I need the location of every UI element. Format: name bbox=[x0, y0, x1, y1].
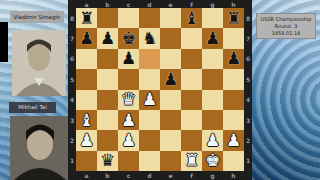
piece-black-pawn: ♟ bbox=[100, 30, 115, 47]
square-c7[interactable]: ♚ bbox=[118, 28, 139, 48]
square-d3[interactable] bbox=[139, 110, 160, 130]
piece-black-knight: ♞ bbox=[142, 30, 157, 47]
square-a6[interactable] bbox=[76, 49, 97, 69]
rank-label-1-left: 1 bbox=[68, 151, 76, 171]
square-g6[interactable] bbox=[202, 49, 223, 69]
square-h2[interactable]: ♟ bbox=[223, 130, 244, 150]
square-f2[interactable] bbox=[181, 130, 202, 150]
piece-white-pawn: ♟ bbox=[205, 132, 220, 149]
event-name: USSR Championship bbox=[257, 16, 315, 23]
square-c4[interactable]: ♛ bbox=[118, 90, 139, 110]
rank-label-8-left: 8 bbox=[68, 8, 76, 28]
player-name-black: Vladimir Simagin bbox=[10, 11, 64, 23]
square-g3[interactable] bbox=[202, 110, 223, 130]
piece-black-rook: ♜ bbox=[79, 10, 94, 27]
square-d6[interactable] bbox=[139, 49, 160, 69]
square-f1[interactable]: ♜ bbox=[181, 151, 202, 171]
square-c2[interactable]: ♟ bbox=[118, 130, 139, 150]
piece-black-bishop: ♝ bbox=[184, 10, 199, 27]
event-panel: USSR Championship Round: 3 1958.01.14 bbox=[252, 0, 320, 180]
square-g2[interactable]: ♟ bbox=[202, 130, 223, 150]
square-b4[interactable] bbox=[97, 90, 118, 110]
piece-white-king: ♚ bbox=[205, 152, 220, 169]
square-e2[interactable] bbox=[160, 130, 181, 150]
square-a7[interactable]: ♟ bbox=[76, 28, 97, 48]
file-label-h-bottom: h bbox=[223, 171, 244, 180]
piece-white-pawn: ♟ bbox=[79, 132, 94, 149]
square-e1[interactable] bbox=[160, 151, 181, 171]
square-e5[interactable]: ♟ bbox=[160, 69, 181, 89]
chess-board-frame: abcdefgh8♜♝♜87♟♟♚♞♟76♟♟65♟54♛♟43♝♟32♟♟♟♟… bbox=[68, 0, 252, 180]
square-b3[interactable] bbox=[97, 110, 118, 130]
rank-label-1-right: 1 bbox=[244, 151, 252, 171]
square-d4[interactable]: ♟ bbox=[139, 90, 160, 110]
square-b1[interactable]: ♛ bbox=[97, 151, 118, 171]
square-e4[interactable] bbox=[160, 90, 181, 110]
square-b6[interactable] bbox=[97, 49, 118, 69]
square-h8[interactable]: ♜ bbox=[223, 8, 244, 28]
file-label-b-top: b bbox=[97, 0, 118, 8]
rank-label-7-right: 7 bbox=[244, 28, 252, 48]
square-e8[interactable] bbox=[160, 8, 181, 28]
file-label-b-bottom: b bbox=[97, 171, 118, 180]
file-label-f-top: f bbox=[181, 0, 202, 8]
piece-black-pawn: ♟ bbox=[79, 30, 94, 47]
file-label-a-bottom: a bbox=[76, 171, 97, 180]
file-label-d-top: d bbox=[139, 0, 160, 8]
square-f4[interactable] bbox=[181, 90, 202, 110]
square-a5[interactable] bbox=[76, 69, 97, 89]
square-g7[interactable]: ♟ bbox=[202, 28, 223, 48]
square-f6[interactable] bbox=[181, 49, 202, 69]
file-label-e-top: e bbox=[160, 0, 181, 8]
square-d7[interactable]: ♞ bbox=[139, 28, 160, 48]
square-b8[interactable] bbox=[97, 8, 118, 28]
square-f3[interactable] bbox=[181, 110, 202, 130]
file-label-g-top: g bbox=[202, 0, 223, 8]
piece-black-rook: ♜ bbox=[226, 10, 241, 27]
square-h3[interactable] bbox=[223, 110, 244, 130]
square-g4[interactable] bbox=[202, 90, 223, 110]
square-b5[interactable] bbox=[97, 69, 118, 89]
rank-label-5-left: 5 bbox=[68, 69, 76, 89]
square-a2[interactable]: ♟ bbox=[76, 130, 97, 150]
square-g5[interactable] bbox=[202, 69, 223, 89]
rank-label-4-right: 4 bbox=[244, 90, 252, 110]
rank-label-5-right: 5 bbox=[244, 69, 252, 89]
square-g8[interactable] bbox=[202, 8, 223, 28]
square-d2[interactable] bbox=[139, 130, 160, 150]
board-corner bbox=[244, 171, 252, 180]
piece-white-pawn: ♟ bbox=[121, 112, 136, 129]
file-label-c-top: c bbox=[118, 0, 139, 8]
file-label-h-top: h bbox=[223, 0, 244, 8]
rank-label-3-right: 3 bbox=[244, 110, 252, 130]
square-a1[interactable] bbox=[76, 151, 97, 171]
square-h1[interactable] bbox=[223, 151, 244, 171]
square-c8[interactable] bbox=[118, 8, 139, 28]
piece-white-pawn: ♟ bbox=[142, 91, 157, 108]
square-g1[interactable]: ♚ bbox=[202, 151, 223, 171]
square-d5[interactable] bbox=[139, 69, 160, 89]
square-h7[interactable] bbox=[223, 28, 244, 48]
square-h6[interactable]: ♟ bbox=[223, 49, 244, 69]
board-corner bbox=[68, 171, 76, 180]
square-f7[interactable] bbox=[181, 28, 202, 48]
portrait-silhouette bbox=[10, 116, 68, 180]
square-c1[interactable] bbox=[118, 151, 139, 171]
square-b7[interactable]: ♟ bbox=[97, 28, 118, 48]
file-label-g-bottom: g bbox=[202, 171, 223, 180]
piece-black-pawn: ♟ bbox=[121, 50, 136, 67]
rank-label-6-left: 6 bbox=[68, 49, 76, 69]
file-label-d-bottom: d bbox=[139, 171, 160, 180]
square-c6[interactable]: ♟ bbox=[118, 49, 139, 69]
piece-white-pawn: ♟ bbox=[226, 132, 241, 149]
square-e6[interactable] bbox=[160, 49, 181, 69]
portrait-silhouette bbox=[12, 30, 66, 96]
square-d8[interactable] bbox=[139, 8, 160, 28]
chess-board: abcdefgh8♜♝♜87♟♟♚♞♟76♟♟65♟54♛♟43♝♟32♟♟♟♟… bbox=[68, 0, 252, 180]
piece-black-pawn: ♟ bbox=[205, 30, 220, 47]
event-date: 1958.01.14 bbox=[257, 30, 315, 37]
file-label-f-bottom: f bbox=[181, 171, 202, 180]
square-d1[interactable] bbox=[139, 151, 160, 171]
rank-label-8-right: 8 bbox=[244, 8, 252, 28]
player-photo-black bbox=[12, 30, 66, 96]
player-photo-white bbox=[10, 116, 68, 180]
piece-black-queen: ♛ bbox=[100, 152, 115, 169]
left-player-panel: Vladimir Simagin Mikhail Tal bbox=[0, 0, 68, 180]
left-black-bar bbox=[0, 22, 8, 62]
file-label-e-bottom: e bbox=[160, 171, 181, 180]
rank-label-2-left: 2 bbox=[68, 130, 76, 150]
piece-white-bishop: ♝ bbox=[79, 112, 94, 129]
square-b2[interactable] bbox=[97, 130, 118, 150]
square-c5[interactable] bbox=[118, 69, 139, 89]
piece-white-pawn: ♟ bbox=[121, 132, 136, 149]
square-c3[interactable]: ♟ bbox=[118, 110, 139, 130]
rank-label-6-right: 6 bbox=[244, 49, 252, 69]
rank-label-2-right: 2 bbox=[244, 130, 252, 150]
event-round: Round: 3 bbox=[257, 23, 315, 30]
square-f8[interactable]: ♝ bbox=[181, 8, 202, 28]
rank-label-3-left: 3 bbox=[68, 110, 76, 130]
square-h4[interactable] bbox=[223, 90, 244, 110]
square-h5[interactable] bbox=[223, 69, 244, 89]
board-corner bbox=[244, 0, 252, 8]
square-f5[interactable] bbox=[181, 69, 202, 89]
square-e3[interactable] bbox=[160, 110, 181, 130]
board-corner bbox=[68, 0, 76, 8]
piece-white-rook: ♜ bbox=[184, 152, 199, 169]
square-e7[interactable] bbox=[160, 28, 181, 48]
file-label-a-top: a bbox=[76, 0, 97, 8]
player-name-white: Mikhail Tal bbox=[9, 102, 56, 113]
piece-white-queen: ♛ bbox=[121, 91, 136, 108]
square-a8[interactable]: ♜ bbox=[76, 8, 97, 28]
rank-label-7-left: 7 bbox=[68, 28, 76, 48]
square-a4[interactable] bbox=[76, 90, 97, 110]
piece-black-king: ♚ bbox=[121, 30, 136, 47]
square-a3[interactable]: ♝ bbox=[76, 110, 97, 130]
file-label-c-bottom: c bbox=[118, 171, 139, 180]
event-info-box: USSR Championship Round: 3 1958.01.14 bbox=[256, 13, 316, 39]
piece-black-pawn: ♟ bbox=[226, 50, 241, 67]
piece-black-pawn: ♟ bbox=[163, 71, 178, 88]
rank-label-4-left: 4 bbox=[68, 90, 76, 110]
